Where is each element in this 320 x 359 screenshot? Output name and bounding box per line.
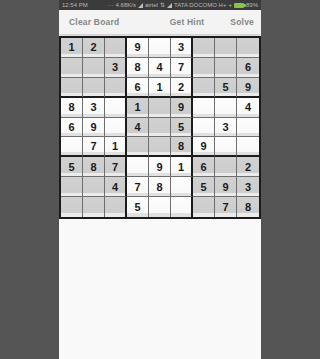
sudoku-cell-r8c9[interactable]: 3 [237, 177, 259, 197]
sudoku-cell-r4c6[interactable]: 9 [171, 98, 193, 118]
cell-digit: 4 [156, 61, 162, 73]
sudoku-cell-r7c1[interactable]: 5 [61, 157, 83, 177]
sudoku-cell-r9c4[interactable]: 5 [127, 197, 149, 217]
sudoku-cell-r2c3[interactable]: 3 [105, 58, 127, 78]
sudoku-cell-r6c5[interactable] [149, 137, 171, 157]
cell-digit: 9 [200, 140, 206, 152]
charging-icon: + [228, 0, 232, 10]
cell-digit: 9 [134, 41, 140, 53]
sudoku-cell-r5c6[interactable]: 5 [171, 118, 193, 138]
sudoku-cell-r5c9[interactable] [237, 118, 259, 138]
sudoku-cell-r2c6[interactable]: 7 [171, 58, 193, 78]
cell-digit: 1 [68, 41, 74, 53]
sudoku-cell-r8c1[interactable] [61, 177, 83, 197]
sudoku-cell-r2c9[interactable]: 6 [237, 58, 259, 78]
cell-digit: 7 [178, 61, 184, 73]
cell-digit: 8 [90, 161, 96, 173]
sudoku-cell-r7c8[interactable] [215, 157, 237, 177]
sudoku-cell-r7c2[interactable]: 8 [83, 157, 105, 177]
sudoku-cell-r4c9[interactable]: 4 [237, 98, 259, 118]
sudoku-cell-r1c4[interactable]: 9 [127, 38, 149, 58]
sudoku-cell-r3c3[interactable] [105, 78, 127, 98]
cell-digit: 7 [222, 201, 228, 213]
cell-digit: 3 [90, 101, 96, 113]
get-hint-button[interactable]: Get Hint [170, 17, 205, 27]
sudoku-cell-r6c4[interactable] [127, 137, 149, 157]
sudoku-cell-r9c1[interactable] [61, 197, 83, 217]
sudoku-cell-r5c3[interactable] [105, 118, 127, 138]
cell-digit: 6 [134, 81, 140, 93]
cell-digit: 8 [245, 201, 251, 213]
sudoku-cell-r2c1[interactable] [61, 58, 83, 78]
sudoku-cell-r8c8[interactable]: 9 [215, 177, 237, 197]
sudoku-cell-r1c6[interactable]: 3 [171, 38, 193, 58]
sudoku-cell-r8c5[interactable]: 8 [149, 177, 171, 197]
signal-strength-icon-sim1 [138, 3, 143, 8]
cell-digit: 9 [245, 81, 251, 93]
phone-screen: 12:54 PM ··· 4.68K/s airtel ⇅ TATA DOCOM… [59, 0, 261, 359]
cell-digit: 8 [156, 181, 162, 193]
status-bar: 12:54 PM ··· 4.68K/s airtel ⇅ TATA DOCOM… [59, 0, 261, 10]
cell-digit: 1 [178, 161, 184, 173]
sudoku-cell-r7c9[interactable]: 2 [237, 157, 259, 177]
sudoku-cell-r7c4[interactable] [127, 157, 149, 177]
sudoku-cell-r6c3[interactable]: 1 [105, 137, 127, 157]
cell-digit: 9 [178, 101, 184, 113]
sudoku-cell-r3c2[interactable] [83, 78, 105, 98]
cell-digit: 6 [68, 121, 74, 133]
cell-digit: 1 [134, 101, 140, 113]
network-speed: 4.68K/s [116, 0, 136, 10]
sudoku-cell-r3c5[interactable]: 1 [149, 78, 171, 98]
sudoku-cell-r4c2[interactable]: 3 [83, 98, 105, 118]
cell-digit: 4 [245, 101, 251, 113]
sudoku-cell-r7c6[interactable]: 1 [171, 157, 193, 177]
network-arrows-icon: ⇅ [160, 0, 165, 10]
sudoku-cell-r1c2[interactable]: 2 [83, 38, 105, 58]
sudoku-cell-r1c5[interactable] [149, 38, 171, 58]
sudoku-cell-r5c5[interactable] [149, 118, 171, 138]
sudoku-cell-r2c5[interactable]: 4 [149, 58, 171, 78]
cell-digit: 1 [156, 81, 162, 93]
cell-digit: 6 [200, 161, 206, 173]
sudoku-cell-r1c9[interactable] [237, 38, 259, 58]
cell-digit: 1 [112, 140, 118, 152]
cell-digit: 3 [222, 121, 228, 133]
sudoku-cell-r4c1[interactable]: 8 [61, 98, 83, 118]
sudoku-cell-r4c5[interactable] [149, 98, 171, 118]
sudoku-cell-r6c6[interactable]: 8 [171, 137, 193, 157]
cell-digit: 3 [178, 41, 184, 53]
sudoku-cell-r3c6[interactable]: 2 [171, 78, 193, 98]
sudoku-board: 1293384766125983194694537189587916247859… [59, 36, 261, 219]
cell-digit: 9 [156, 161, 162, 173]
cell-digit: 4 [134, 121, 140, 133]
sudoku-cell-r5c8[interactable]: 3 [215, 118, 237, 138]
sudoku-cell-r7c5[interactable]: 9 [149, 157, 171, 177]
sudoku-cell-r9c2[interactable] [83, 197, 105, 217]
cell-digit: 7 [134, 181, 140, 193]
sudoku-cell-r2c8[interactable] [215, 58, 237, 78]
cell-digit: 7 [112, 161, 118, 173]
battery-percent: 89% [246, 0, 258, 10]
sudoku-cell-r5c2[interactable]: 9 [83, 118, 105, 138]
cell-digit: 8 [178, 140, 184, 152]
sudoku-cell-r9c6[interactable] [171, 197, 193, 217]
sudoku-cell-r6c1[interactable] [61, 137, 83, 157]
sudoku-cell-r3c1[interactable] [61, 78, 83, 98]
sudoku-cell-r1c7[interactable] [193, 38, 215, 58]
sudoku-cell-r6c9[interactable] [237, 137, 259, 157]
data-activity-icon: ··· [108, 0, 114, 10]
sudoku-cell-r4c7[interactable] [193, 98, 215, 118]
sudoku-cell-r9c9[interactable]: 8 [237, 197, 259, 217]
cell-digit: 2 [245, 161, 251, 173]
sudoku-cell-r2c7[interactable] [193, 58, 215, 78]
cell-digit: 2 [178, 81, 184, 93]
sudoku-cell-r4c8[interactable] [215, 98, 237, 118]
sudoku-cell-r1c1[interactable]: 1 [61, 38, 83, 58]
cell-digit: 6 [245, 61, 251, 73]
clear-board-button[interactable]: Clear Board [69, 17, 119, 27]
cell-digit: 8 [68, 101, 74, 113]
cell-digit: 5 [222, 81, 228, 93]
sudoku-cell-r8c6[interactable] [171, 177, 193, 197]
cell-digit: 9 [222, 181, 228, 193]
sudoku-cell-r6c8[interactable] [215, 137, 237, 157]
carrier-label-sim1: airtel [145, 0, 158, 10]
cell-digit: 4 [112, 181, 118, 193]
sudoku-cell-r3c8[interactable]: 5 [215, 78, 237, 98]
cell-digit: 8 [134, 61, 140, 73]
cell-digit: 7 [90, 140, 96, 152]
sudoku-cell-r3c4[interactable]: 6 [127, 78, 149, 98]
sudoku-cell-r1c8[interactable] [215, 38, 237, 58]
sudoku-cell-r4c3[interactable] [105, 98, 127, 118]
sudoku-cell-r2c4[interactable]: 8 [127, 58, 149, 78]
cell-digit: 5 [178, 121, 184, 133]
sudoku-cell-r5c4[interactable]: 4 [127, 118, 149, 138]
sudoku-cell-r5c1[interactable]: 6 [61, 118, 83, 138]
carrier-label-sim2: TATA DOCOMO H+ [174, 0, 227, 10]
solve-button[interactable]: Solve [230, 17, 254, 27]
cell-digit: 3 [245, 181, 251, 193]
sudoku-cell-r8c7[interactable]: 5 [193, 177, 215, 197]
sudoku-cell-r8c2[interactable] [83, 177, 105, 197]
cell-digit: 5 [200, 181, 206, 193]
sudoku-cell-r1c3[interactable] [105, 38, 127, 58]
cell-digit: 3 [112, 61, 118, 73]
sudoku-cell-r3c7[interactable] [193, 78, 215, 98]
sudoku-cell-r3c9[interactable]: 9 [237, 78, 259, 98]
cell-digit: 2 [90, 41, 96, 53]
sudoku-cell-r9c5[interactable] [149, 197, 171, 217]
sudoku-cell-r9c3[interactable] [105, 197, 127, 217]
sudoku-cell-r9c7[interactable] [193, 197, 215, 217]
status-bar-right: ··· 4.68K/s airtel ⇅ TATA DOCOMO H+ + 89… [108, 0, 258, 10]
sudoku-cell-r8c4[interactable]: 7 [127, 177, 149, 197]
sudoku-cell-r2c2[interactable] [83, 58, 105, 78]
signal-strength-icon-sim2 [167, 3, 172, 8]
sudoku-cell-r7c7[interactable]: 6 [193, 157, 215, 177]
sudoku-cell-r7c3[interactable]: 7 [105, 157, 127, 177]
sudoku-cell-r9c8[interactable]: 7 [215, 197, 237, 217]
clock: 12:54 PM [62, 0, 88, 10]
cell-digit: 5 [134, 201, 140, 213]
battery-icon [234, 3, 244, 8]
sudoku-cell-r5c7[interactable] [193, 118, 215, 138]
sudoku-cell-r6c2[interactable]: 7 [83, 137, 105, 157]
sudoku-cell-r4c4[interactable]: 1 [127, 98, 149, 118]
cell-digit: 9 [90, 121, 96, 133]
sudoku-cell-r6c7[interactable]: 9 [193, 137, 215, 157]
sudoku-cell-r8c3[interactable]: 4 [105, 177, 127, 197]
cell-digit: 5 [68, 161, 74, 173]
action-bar: Clear Board Get Hint Solve [59, 10, 261, 34]
